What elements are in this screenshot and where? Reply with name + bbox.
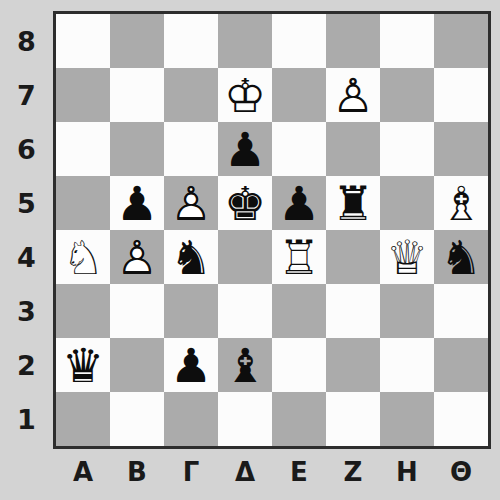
black-queen-glyph: ♛ [56,338,110,392]
rank-label-1: 1 [0,392,53,446]
file-label-Γ: Γ [164,450,218,494]
rank-label-3: 3 [0,284,53,338]
white-pawn-glyph: ♙ [326,68,380,122]
square-Α4[interactable]: ♞♘ [56,230,110,284]
square-Ζ2[interactable] [326,338,380,392]
white-bishop[interactable]: ♝♗ [434,176,488,230]
square-Γ3[interactable] [164,284,218,338]
square-Η2[interactable] [380,338,434,392]
square-Β6[interactable] [110,122,164,176]
black-pawn[interactable]: ♟ [218,122,272,176]
square-Ζ8[interactable] [326,14,380,68]
square-Ζ5[interactable]: ♜ [326,176,380,230]
rank-label-7: 7 [0,68,53,122]
square-Θ3[interactable] [434,284,488,338]
square-Β8[interactable] [110,14,164,68]
square-Δ6[interactable]: ♟ [218,122,272,176]
black-knight-glyph: ♞ [164,230,218,284]
white-knight-glyph: ♘ [56,230,110,284]
black-pawn-glyph: ♟ [164,338,218,392]
square-Α7[interactable] [56,68,110,122]
square-Θ6[interactable] [434,122,488,176]
square-Β2[interactable] [110,338,164,392]
square-Ε7[interactable] [272,68,326,122]
square-Γ4[interactable]: ♞ [164,230,218,284]
white-pawn[interactable]: ♟♙ [164,176,218,230]
file-label-Ζ: Ζ [326,450,380,494]
rank-label-6: 6 [0,122,53,176]
square-Θ7[interactable] [434,68,488,122]
rank-label-2: 2 [0,338,53,392]
white-king[interactable]: ♚♔ [218,68,272,122]
square-Δ8[interactable] [218,14,272,68]
square-Γ2[interactable]: ♟ [164,338,218,392]
white-king-glyph: ♔ [218,68,272,122]
square-Θ1[interactable] [434,392,488,446]
square-Ε4[interactable]: ♜♖ [272,230,326,284]
white-rook[interactable]: ♜♖ [272,230,326,284]
file-labels: ΑΒΓΔΕΖΗΘ [56,450,488,494]
black-pawn[interactable]: ♟ [110,176,164,230]
square-Ζ4[interactable] [326,230,380,284]
square-Ε5[interactable]: ♟ [272,176,326,230]
black-knight[interactable]: ♞ [434,230,488,284]
square-Θ8[interactable] [434,14,488,68]
square-Α5[interactable] [56,176,110,230]
square-Α3[interactable] [56,284,110,338]
square-Η5[interactable] [380,176,434,230]
square-Η7[interactable] [380,68,434,122]
black-knight-glyph: ♞ [434,230,488,284]
square-Γ8[interactable] [164,14,218,68]
square-Θ4[interactable]: ♞ [434,230,488,284]
white-knight[interactable]: ♞♘ [56,230,110,284]
square-Β1[interactable] [110,392,164,446]
black-rook-glyph: ♜ [326,176,380,230]
file-label-Ε: Ε [272,450,326,494]
square-Γ7[interactable] [164,68,218,122]
black-knight[interactable]: ♞ [164,230,218,284]
square-Δ2[interactable]: ♝ [218,338,272,392]
black-bishop[interactable]: ♝ [218,338,272,392]
square-Δ4[interactable] [218,230,272,284]
white-pawn-glyph: ♙ [164,176,218,230]
file-label-Η: Η [380,450,434,494]
black-pawn-glyph: ♟ [272,176,326,230]
black-pawn-glyph: ♟ [110,176,164,230]
white-pawn[interactable]: ♟♙ [110,230,164,284]
black-pawn-glyph: ♟ [218,122,272,176]
square-Γ5[interactable]: ♟♙ [164,176,218,230]
square-Η1[interactable] [380,392,434,446]
rank-label-4: 4 [0,230,53,284]
black-pawn[interactable]: ♟ [272,176,326,230]
square-Θ2[interactable] [434,338,488,392]
black-king[interactable]: ♚ [218,176,272,230]
square-Η3[interactable] [380,284,434,338]
square-Δ3[interactable] [218,284,272,338]
square-Α1[interactable] [56,392,110,446]
square-Ζ1[interactable] [326,392,380,446]
black-queen[interactable]: ♛ [56,338,110,392]
black-rook[interactable]: ♜ [326,176,380,230]
square-Β4[interactable]: ♟♙ [110,230,164,284]
square-Ε6[interactable] [272,122,326,176]
rank-labels: 87654321 [0,14,53,446]
white-bishop-glyph: ♗ [434,176,488,230]
square-Δ1[interactable] [218,392,272,446]
black-king-glyph: ♚ [218,176,272,230]
square-Η8[interactable] [380,14,434,68]
square-Ε3[interactable] [272,284,326,338]
square-Α2[interactable]: ♛ [56,338,110,392]
square-Ζ3[interactable] [326,284,380,338]
white-queen-glyph: ♕ [380,230,434,284]
rank-label-8: 8 [0,14,53,68]
file-label-Θ: Θ [434,450,488,494]
chess-board: ♚♔♟♙♟♟♟♙♚♟♜♝♗♞♘♟♙♞♜♖♛♕♞♛♟♝ [53,11,491,449]
square-Η4[interactable]: ♛♕ [380,230,434,284]
chess-diagram: 87654321 ♚♔♟♙♟♟♟♙♚♟♜♝♗♞♘♟♙♞♜♖♛♕♞♛♟♝ ΑΒΓΔ… [0,0,500,500]
square-Β7[interactable] [110,68,164,122]
black-bishop-glyph: ♝ [218,338,272,392]
square-Ε1[interactable] [272,392,326,446]
square-Δ5[interactable]: ♚ [218,176,272,230]
square-Β5[interactable]: ♟ [110,176,164,230]
square-Α8[interactable] [56,14,110,68]
file-label-Δ: Δ [218,450,272,494]
square-Θ5[interactable]: ♝♗ [434,176,488,230]
white-pawn-glyph: ♙ [110,230,164,284]
white-queen[interactable]: ♛♕ [380,230,434,284]
file-label-Β: Β [110,450,164,494]
square-Η6[interactable] [380,122,434,176]
square-Γ6[interactable] [164,122,218,176]
square-Ζ6[interactable] [326,122,380,176]
rank-label-5: 5 [0,176,53,230]
white-pawn[interactable]: ♟♙ [326,68,380,122]
black-pawn[interactable]: ♟ [164,338,218,392]
square-Ε8[interactable] [272,14,326,68]
white-rook-glyph: ♖ [272,230,326,284]
square-Δ7[interactable]: ♚♔ [218,68,272,122]
square-Ε2[interactable] [272,338,326,392]
file-label-Α: Α [56,450,110,494]
square-Ζ7[interactable]: ♟♙ [326,68,380,122]
square-Β3[interactable] [110,284,164,338]
square-Γ1[interactable] [164,392,218,446]
square-Α6[interactable] [56,122,110,176]
